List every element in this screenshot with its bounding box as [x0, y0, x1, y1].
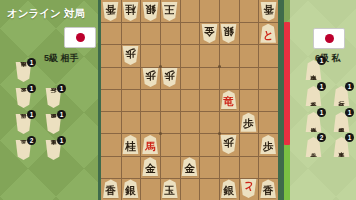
board-piece-sente-uma[interactable]: 馬 — [142, 135, 159, 154]
board-piece-gote-fu[interactable]: 歩 — [161, 68, 178, 87]
hand-piece-count-badge: 1 — [27, 84, 36, 93]
board-piece-sente-gin[interactable]: 銀 — [122, 179, 139, 198]
board-piece-gote-kyo[interactable]: 香 — [260, 2, 277, 21]
board-piece-gote-ou[interactable]: 王 — [161, 2, 178, 21]
board-piece-sente-gyoku[interactable]: 玉 — [161, 179, 178, 198]
hand-piece-count-badge: 1 — [317, 82, 326, 91]
board-gridline — [160, 0, 161, 200]
my-panel: 6級 私 飛車1金将1角行1桂馬1銀将1歩兵2香車1 — [290, 0, 356, 200]
board-frame: 香桂銀王香金銀と歩歩歩竜歩桂馬歩歩金金香銀玉銀と香 — [98, 0, 284, 200]
board-piece-gote-gin[interactable]: 銀 — [142, 2, 159, 21]
hand-piece-count-badge: 1 — [317, 56, 326, 65]
opponent-panel: オンライン 対局 5級 相手 飛車1金将1角行1桂馬1銀将1歩兵2香車1 — [0, 0, 98, 200]
board-gridline — [140, 0, 141, 200]
board-piece-sente-kei[interactable]: 桂 — [122, 135, 139, 154]
board-gridline — [199, 0, 200, 200]
board-gridline — [101, 44, 278, 45]
board-piece-sente-tokin[interactable]: と — [260, 24, 277, 43]
board-star-point — [218, 132, 221, 135]
board-piece-gote-fu[interactable]: 歩 — [142, 68, 159, 87]
hand-piece-count-badge: 1 — [345, 108, 354, 117]
board-star-point — [159, 132, 162, 135]
hand-piece-count-badge: 1 — [345, 133, 354, 142]
board-gridline — [101, 67, 278, 68]
hand-piece-count-badge: 1 — [57, 136, 66, 145]
board-gridline — [101, 111, 278, 112]
board-piece-gote-kin[interactable]: 金 — [201, 24, 218, 43]
hand-piece-count-badge: 1 — [27, 110, 36, 119]
board-gridline — [180, 0, 181, 200]
board-gridline — [101, 178, 278, 179]
hand-piece-count-badge: 2 — [27, 136, 36, 145]
board-piece-sente-gin[interactable]: 銀 — [220, 179, 237, 198]
board-gridline — [101, 22, 278, 23]
shogi-board[interactable]: 香桂銀王香金銀と歩歩歩竜歩桂馬歩歩金金香銀玉銀と香 — [101, 0, 278, 200]
hand-piece-count-badge: 1 — [317, 108, 326, 117]
hand-piece-count-badge: 1 — [345, 82, 354, 91]
opponent-captured-tray: 飛車1金将1角行1桂馬1銀将1歩兵2香車1 — [0, 0, 98, 200]
board-piece-gote-kei[interactable]: 桂 — [122, 2, 139, 21]
hand-piece-count-badge: 1 — [57, 84, 66, 93]
board-gridline — [101, 89, 278, 90]
board-piece-sente-kyo[interactable]: 香 — [260, 179, 277, 198]
board-gridline — [121, 0, 122, 200]
board-piece-gote-tokin[interactable]: と — [240, 179, 257, 198]
hand-piece-count-badge: 1 — [27, 58, 36, 67]
board-piece-sente-kin[interactable]: 金 — [181, 157, 198, 176]
board-piece-gote-fu[interactable]: 歩 — [220, 135, 237, 154]
board-gridline — [239, 0, 240, 200]
hand-piece-count-badge: 1 — [57, 110, 66, 119]
board-piece-sente-fu[interactable]: 歩 — [240, 113, 257, 132]
board-piece-gote-gin[interactable]: 銀 — [220, 24, 237, 43]
my-captured-tray: 飛車1金将1角行1桂馬1銀将1歩兵2香車1 — [290, 0, 356, 200]
board-gridline — [101, 156, 278, 157]
board-piece-sente-ryu[interactable]: 竜 — [220, 90, 237, 109]
hand-piece-count-badge: 2 — [317, 133, 326, 142]
board-piece-sente-kin[interactable]: 金 — [142, 157, 159, 176]
board-piece-sente-kyo[interactable]: 香 — [102, 179, 119, 198]
board-piece-gote-fu[interactable]: 歩 — [122, 46, 139, 65]
board-star-point — [218, 65, 221, 68]
board-gridline — [219, 0, 220, 200]
board-gridline — [258, 0, 259, 200]
board-star-point — [159, 65, 162, 68]
board-gridline — [101, 133, 278, 134]
board-piece-gote-kyo[interactable]: 香 — [102, 2, 119, 21]
board-piece-sente-fu[interactable]: 歩 — [260, 135, 277, 154]
